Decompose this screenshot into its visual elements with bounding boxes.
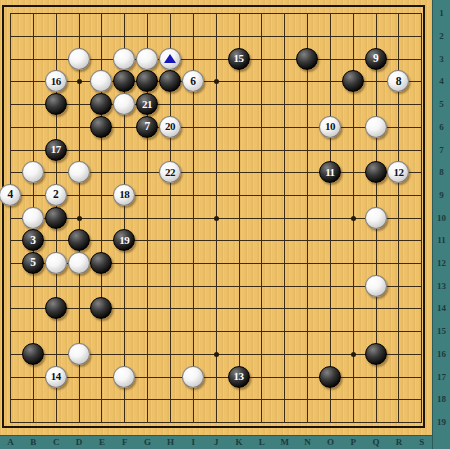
column-label-C: C — [49, 438, 63, 447]
row-label-14: 14 — [434, 304, 449, 313]
move-number-2: 2 — [53, 189, 58, 201]
row-label-17: 17 — [434, 373, 449, 382]
row-label-2: 2 — [434, 32, 449, 41]
star-point-J10 — [214, 216, 219, 221]
move-number-19: 19 — [119, 235, 129, 246]
column-label-P: P — [346, 438, 360, 447]
star-point-J16 — [214, 352, 219, 357]
move-number-17: 17 — [51, 144, 61, 155]
stone-black-B12[interactable]: 5 — [22, 252, 44, 274]
stone-black-K17[interactable]: 13 — [228, 366, 250, 388]
column-label-L: L — [255, 438, 269, 447]
stone-black-D11[interactable] — [68, 229, 90, 251]
row-label-11: 11 — [434, 236, 449, 245]
stone-white-D3[interactable] — [68, 48, 90, 70]
stone-black-C7[interactable]: 17 — [45, 139, 67, 161]
stone-white-B10[interactable] — [22, 207, 44, 229]
stone-white-H6[interactable]: 20 — [159, 116, 181, 138]
grid-horizontal-line — [10, 127, 422, 128]
stone-black-Q16[interactable] — [365, 343, 387, 365]
stone-black-K3[interactable]: 15 — [228, 48, 250, 70]
stone-white-D8[interactable] — [68, 161, 90, 183]
stone-black-C10[interactable] — [45, 207, 67, 229]
grid-horizontal-line — [10, 422, 422, 423]
row-label-15: 15 — [434, 327, 449, 336]
move-number-7: 7 — [144, 121, 149, 133]
column-label-I: I — [186, 438, 200, 447]
stone-black-P4[interactable] — [342, 70, 364, 92]
move-number-16: 16 — [51, 76, 61, 87]
grid-horizontal-line — [10, 150, 422, 151]
column-label-S: S — [415, 438, 429, 447]
stone-white-O6[interactable]: 10 — [319, 116, 341, 138]
stone-black-O8[interactable]: 11 — [319, 161, 341, 183]
stone-white-C4[interactable]: 16 — [45, 70, 67, 92]
row-label-12: 12 — [434, 259, 449, 268]
row-label-16: 16 — [434, 350, 449, 359]
column-label-R: R — [392, 438, 406, 447]
star-point-P10 — [351, 216, 356, 221]
row-label-9: 9 — [434, 191, 449, 200]
column-label-N: N — [301, 438, 315, 447]
stone-white-G3[interactable] — [136, 48, 158, 70]
stone-white-D16[interactable] — [68, 343, 90, 365]
column-label-J: J — [209, 438, 223, 447]
stone-white-C17[interactable]: 14 — [45, 366, 67, 388]
move-number-5: 5 — [30, 257, 35, 269]
stone-black-B11[interactable]: 3 — [22, 229, 44, 251]
column-label-K: K — [232, 438, 246, 447]
stone-white-F17[interactable] — [113, 366, 135, 388]
triangle-marker-icon — [164, 54, 176, 63]
move-number-15: 15 — [234, 53, 244, 64]
grid-horizontal-line — [10, 377, 422, 378]
move-number-18: 18 — [119, 189, 129, 200]
stone-black-B16[interactable] — [22, 343, 44, 365]
column-label-H: H — [163, 438, 177, 447]
move-number-22: 22 — [165, 167, 175, 178]
move-number-6: 6 — [190, 76, 195, 88]
column-label-F: F — [118, 438, 132, 447]
row-label-13: 13 — [434, 282, 449, 291]
stone-white-D12[interactable] — [68, 252, 90, 274]
row-label-4: 4 — [434, 77, 449, 86]
column-label-O: O — [323, 438, 337, 447]
grid-horizontal-line — [10, 104, 422, 105]
row-label-6: 6 — [434, 123, 449, 132]
grid-horizontal-line — [10, 399, 422, 400]
stone-white-A9[interactable]: 4 — [0, 184, 21, 206]
column-label-M: M — [278, 438, 292, 447]
row-label-1: 1 — [434, 9, 449, 18]
column-label-A: A — [4, 438, 18, 447]
grid-horizontal-line — [10, 13, 422, 14]
column-label-Q: Q — [369, 438, 383, 447]
grid-horizontal-line — [10, 286, 422, 287]
row-label-10: 10 — [434, 214, 449, 223]
grid-horizontal-line — [10, 36, 422, 37]
stone-black-Q8[interactable] — [365, 161, 387, 183]
move-number-3: 3 — [30, 235, 35, 247]
stone-black-O17[interactable] — [319, 366, 341, 388]
move-number-8: 8 — [396, 76, 401, 88]
stone-white-I17[interactable] — [182, 366, 204, 388]
move-number-21: 21 — [142, 99, 152, 110]
stone-white-H8[interactable]: 22 — [159, 161, 181, 183]
stone-black-G6[interactable]: 7 — [136, 116, 158, 138]
stone-white-B8[interactable] — [22, 161, 44, 183]
stone-black-Q3[interactable]: 9 — [365, 48, 387, 70]
stone-white-C12[interactable] — [45, 252, 67, 274]
star-point-D10 — [77, 216, 82, 221]
move-number-11: 11 — [325, 167, 334, 178]
row-label-8: 8 — [434, 168, 449, 177]
row-label-5: 5 — [434, 100, 449, 109]
column-label-B: B — [26, 438, 40, 447]
move-number-4: 4 — [7, 189, 12, 201]
stone-black-C5[interactable] — [45, 93, 67, 115]
stone-black-C14[interactable] — [45, 297, 67, 319]
move-number-13: 13 — [234, 371, 244, 382]
column-label-D: D — [72, 438, 86, 447]
column-label-G: G — [141, 438, 155, 447]
move-number-14: 14 — [51, 371, 61, 382]
row-label-7: 7 — [434, 146, 449, 155]
move-number-20: 20 — [165, 121, 175, 132]
stone-white-H3[interactable] — [159, 48, 181, 70]
row-label-3: 3 — [434, 55, 449, 64]
go-board-diagram: ABCDEFGHIJKLMNOPQRS123456789101112131415… — [0, 0, 450, 449]
stone-white-Q6[interactable] — [365, 116, 387, 138]
stone-black-N3[interactable] — [296, 48, 318, 70]
stone-white-C9[interactable]: 2 — [45, 184, 67, 206]
grid-horizontal-line — [10, 195, 422, 196]
stone-white-Q13[interactable] — [365, 275, 387, 297]
star-point-P16 — [351, 352, 356, 357]
column-label-E: E — [95, 438, 109, 447]
coordinate-right-band — [432, 0, 450, 449]
row-label-19: 19 — [434, 418, 449, 427]
move-number-10: 10 — [325, 121, 335, 132]
move-number-12: 12 — [393, 167, 403, 178]
grid-horizontal-line — [10, 308, 422, 309]
row-label-18: 18 — [434, 395, 449, 404]
stone-white-F3[interactable] — [113, 48, 135, 70]
move-number-9: 9 — [373, 53, 378, 65]
stone-white-F9[interactable]: 18 — [113, 184, 135, 206]
grid-horizontal-line — [10, 331, 422, 332]
stone-white-Q10[interactable] — [365, 207, 387, 229]
